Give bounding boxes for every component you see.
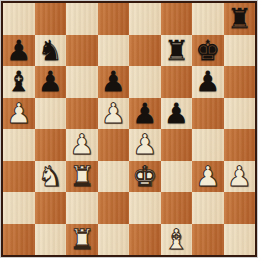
white-rook[interactable]: ♜ <box>69 161 94 192</box>
square-b6[interactable]: ♟ <box>35 66 67 98</box>
square-b1[interactable] <box>35 224 67 256</box>
black-pawn[interactable]: ♟ <box>38 66 63 97</box>
square-e7[interactable] <box>129 35 161 67</box>
chess-board-frame: ♜♟♞♜♚♝♟♟♟♟♟♟♟♟♟♞♜♚♟♟♜♝ <box>0 0 258 258</box>
square-h3[interactable]: ♟ <box>224 161 256 193</box>
white-pawn[interactable]: ♟ <box>69 129 94 160</box>
square-b5[interactable] <box>35 98 67 130</box>
square-e1[interactable] <box>129 224 161 256</box>
square-d8[interactable] <box>98 3 130 35</box>
black-bishop[interactable]: ♝ <box>6 66 31 97</box>
square-a2[interactable] <box>3 192 35 224</box>
square-e6[interactable] <box>129 66 161 98</box>
black-knight[interactable]: ♞ <box>38 35 63 66</box>
square-h2[interactable] <box>224 192 256 224</box>
square-f6[interactable] <box>161 66 193 98</box>
square-a5[interactable]: ♟ <box>3 98 35 130</box>
square-a7[interactable]: ♟ <box>3 35 35 67</box>
square-c5[interactable] <box>66 98 98 130</box>
square-g5[interactable] <box>192 98 224 130</box>
black-pawn[interactable]: ♟ <box>132 98 157 129</box>
square-e4[interactable]: ♟ <box>129 129 161 161</box>
square-h4[interactable] <box>224 129 256 161</box>
white-pawn[interactable]: ♟ <box>132 129 157 160</box>
white-pawn[interactable]: ♟ <box>6 98 31 129</box>
square-g6[interactable]: ♟ <box>192 66 224 98</box>
square-f8[interactable] <box>161 3 193 35</box>
square-d2[interactable] <box>98 192 130 224</box>
white-king[interactable]: ♚ <box>132 161 157 192</box>
square-h7[interactable] <box>224 35 256 67</box>
square-b8[interactable] <box>35 3 67 35</box>
square-g8[interactable] <box>192 3 224 35</box>
square-a3[interactable] <box>3 161 35 193</box>
black-king[interactable]: ♚ <box>195 35 220 66</box>
square-f2[interactable] <box>161 192 193 224</box>
square-a4[interactable] <box>3 129 35 161</box>
square-d7[interactable] <box>98 35 130 67</box>
square-d5[interactable]: ♟ <box>98 98 130 130</box>
square-c2[interactable] <box>66 192 98 224</box>
white-rook[interactable]: ♜ <box>69 224 94 255</box>
square-f1[interactable]: ♝ <box>161 224 193 256</box>
square-b3[interactable]: ♞ <box>35 161 67 193</box>
black-rook[interactable]: ♜ <box>227 3 252 34</box>
square-a6[interactable]: ♝ <box>3 66 35 98</box>
white-pawn[interactable]: ♟ <box>227 161 252 192</box>
white-bishop[interactable]: ♝ <box>164 224 189 255</box>
square-e2[interactable] <box>129 192 161 224</box>
square-d3[interactable] <box>98 161 130 193</box>
black-pawn[interactable]: ♟ <box>6 35 31 66</box>
square-e5[interactable]: ♟ <box>129 98 161 130</box>
square-d1[interactable] <box>98 224 130 256</box>
square-d4[interactable] <box>98 129 130 161</box>
square-f7[interactable]: ♜ <box>161 35 193 67</box>
square-c7[interactable] <box>66 35 98 67</box>
square-f3[interactable] <box>161 161 193 193</box>
square-b2[interactable] <box>35 192 67 224</box>
square-g2[interactable] <box>192 192 224 224</box>
square-h6[interactable] <box>224 66 256 98</box>
square-b4[interactable] <box>35 129 67 161</box>
white-pawn[interactable]: ♟ <box>195 161 220 192</box>
square-c8[interactable] <box>66 3 98 35</box>
square-h8[interactable]: ♜ <box>224 3 256 35</box>
square-e8[interactable] <box>129 3 161 35</box>
square-a1[interactable] <box>3 224 35 256</box>
black-pawn[interactable]: ♟ <box>101 66 126 97</box>
square-f4[interactable] <box>161 129 193 161</box>
square-a8[interactable] <box>3 3 35 35</box>
square-c4[interactable]: ♟ <box>66 129 98 161</box>
square-c3[interactable]: ♜ <box>66 161 98 193</box>
square-g4[interactable] <box>192 129 224 161</box>
white-pawn[interactable]: ♟ <box>101 98 126 129</box>
square-g7[interactable]: ♚ <box>192 35 224 67</box>
square-e3[interactable]: ♚ <box>129 161 161 193</box>
square-h1[interactable] <box>224 224 256 256</box>
square-f5[interactable]: ♟ <box>161 98 193 130</box>
square-d6[interactable]: ♟ <box>98 66 130 98</box>
chess-board-border: ♜♟♞♜♚♝♟♟♟♟♟♟♟♟♟♞♜♚♟♟♜♝ <box>1 1 257 257</box>
square-g3[interactable]: ♟ <box>192 161 224 193</box>
square-g1[interactable] <box>192 224 224 256</box>
square-b7[interactable]: ♞ <box>35 35 67 67</box>
black-pawn[interactable]: ♟ <box>195 66 220 97</box>
square-c1[interactable]: ♜ <box>66 224 98 256</box>
white-knight[interactable]: ♞ <box>38 161 63 192</box>
black-pawn[interactable]: ♟ <box>164 98 189 129</box>
chess-board: ♜♟♞♜♚♝♟♟♟♟♟♟♟♟♟♞♜♚♟♟♜♝ <box>3 3 255 255</box>
square-h5[interactable] <box>224 98 256 130</box>
square-c6[interactable] <box>66 66 98 98</box>
black-rook[interactable]: ♜ <box>164 35 189 66</box>
